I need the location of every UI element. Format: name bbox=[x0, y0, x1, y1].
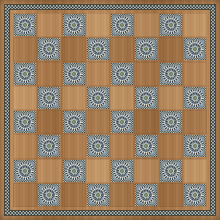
square-a1[interactable] bbox=[13, 183, 37, 207]
square-h4[interactable] bbox=[183, 110, 207, 134]
square-f2[interactable] bbox=[134, 159, 158, 183]
square-f8[interactable] bbox=[134, 13, 158, 37]
mosaic-rosette-inlay bbox=[135, 135, 157, 157]
square-f6[interactable] bbox=[134, 62, 158, 86]
square-g5[interactable] bbox=[159, 86, 183, 110]
square-b5[interactable] bbox=[37, 86, 61, 110]
square-f5[interactable] bbox=[134, 86, 158, 110]
mosaic-rosette-inlay bbox=[38, 135, 60, 157]
mosaic-rosette-inlay bbox=[111, 14, 133, 36]
mosaic-rosette-inlay bbox=[135, 38, 157, 60]
square-c4[interactable] bbox=[62, 110, 86, 134]
square-b8[interactable] bbox=[37, 13, 61, 37]
square-d1[interactable] bbox=[86, 183, 110, 207]
square-e5[interactable] bbox=[110, 86, 134, 110]
mosaic-rosette-inlay bbox=[63, 160, 85, 182]
square-g7[interactable] bbox=[159, 37, 183, 61]
mosaic-rosette-inlay bbox=[135, 87, 157, 109]
square-c1[interactable] bbox=[62, 183, 86, 207]
board-photo bbox=[0, 0, 220, 220]
square-c5[interactable] bbox=[62, 86, 86, 110]
square-h2[interactable] bbox=[183, 159, 207, 183]
square-h6[interactable] bbox=[183, 62, 207, 86]
square-d8[interactable] bbox=[86, 13, 110, 37]
square-c2[interactable] bbox=[62, 159, 86, 183]
mosaic-rosette-inlay bbox=[111, 160, 133, 182]
square-h7[interactable] bbox=[183, 37, 207, 61]
mosaic-rosette-inlay bbox=[63, 14, 85, 36]
mosaic-rosette-inlay bbox=[184, 87, 206, 109]
square-g4[interactable] bbox=[159, 110, 183, 134]
square-d4[interactable] bbox=[86, 110, 110, 134]
square-e6[interactable] bbox=[110, 62, 134, 86]
mosaic-rosette-inlay bbox=[184, 184, 206, 206]
square-g2[interactable] bbox=[159, 159, 183, 183]
square-d7[interactable] bbox=[86, 37, 110, 61]
mosaic-rosette-inlay bbox=[160, 111, 182, 133]
square-b7[interactable] bbox=[37, 37, 61, 61]
mosaic-rosette-inlay bbox=[38, 38, 60, 60]
square-f4[interactable] bbox=[134, 110, 158, 134]
square-a4[interactable] bbox=[13, 110, 37, 134]
square-g3[interactable] bbox=[159, 134, 183, 158]
square-d6[interactable] bbox=[86, 62, 110, 86]
square-c8[interactable] bbox=[62, 13, 86, 37]
mosaic-rosette-inlay bbox=[135, 184, 157, 206]
chess-board bbox=[13, 13, 207, 207]
mosaic-rosette-inlay bbox=[160, 63, 182, 85]
square-f1[interactable] bbox=[134, 183, 158, 207]
square-b6[interactable] bbox=[37, 62, 61, 86]
square-h1[interactable] bbox=[183, 183, 207, 207]
mosaic-rosette-inlay bbox=[87, 135, 109, 157]
square-b1[interactable] bbox=[37, 183, 61, 207]
mosaic-rosette-inlay bbox=[14, 111, 36, 133]
square-e1[interactable] bbox=[110, 183, 134, 207]
square-e2[interactable] bbox=[110, 159, 134, 183]
mosaic-rosette-inlay bbox=[184, 38, 206, 60]
mosaic-rosette-inlay bbox=[14, 14, 36, 36]
square-e8[interactable] bbox=[110, 13, 134, 37]
square-e4[interactable] bbox=[110, 110, 134, 134]
square-e7[interactable] bbox=[110, 37, 134, 61]
square-h8[interactable] bbox=[183, 13, 207, 37]
square-b3[interactable] bbox=[37, 134, 61, 158]
square-a3[interactable] bbox=[13, 134, 37, 158]
square-d2[interactable] bbox=[86, 159, 110, 183]
square-h5[interactable] bbox=[183, 86, 207, 110]
square-c7[interactable] bbox=[62, 37, 86, 61]
square-g8[interactable] bbox=[159, 13, 183, 37]
mosaic-rosette-inlay bbox=[160, 160, 182, 182]
mosaic-rosette-inlay bbox=[184, 135, 206, 157]
square-c3[interactable] bbox=[62, 134, 86, 158]
mosaic-rosette-inlay bbox=[14, 63, 36, 85]
square-b4[interactable] bbox=[37, 110, 61, 134]
mosaic-rosette-inlay bbox=[87, 184, 109, 206]
mosaic-rosette-inlay bbox=[160, 14, 182, 36]
mosaic-rosette-inlay bbox=[63, 111, 85, 133]
square-a5[interactable] bbox=[13, 86, 37, 110]
square-d5[interactable] bbox=[86, 86, 110, 110]
square-b2[interactable] bbox=[37, 159, 61, 183]
square-d3[interactable] bbox=[86, 134, 110, 158]
mosaic-rosette-inlay bbox=[87, 38, 109, 60]
square-f7[interactable] bbox=[134, 37, 158, 61]
square-a7[interactable] bbox=[13, 37, 37, 61]
square-c6[interactable] bbox=[62, 62, 86, 86]
square-g1[interactable] bbox=[159, 183, 183, 207]
square-e3[interactable] bbox=[110, 134, 134, 158]
square-a6[interactable] bbox=[13, 62, 37, 86]
square-g6[interactable] bbox=[159, 62, 183, 86]
mosaic-rosette-inlay bbox=[38, 87, 60, 109]
mosaic-rosette-inlay bbox=[87, 87, 109, 109]
square-h3[interactable] bbox=[183, 134, 207, 158]
mosaic-rosette-inlay bbox=[111, 63, 133, 85]
mosaic-rosette-inlay bbox=[38, 184, 60, 206]
square-f3[interactable] bbox=[134, 134, 158, 158]
square-a8[interactable] bbox=[13, 13, 37, 37]
mosaic-rosette-inlay bbox=[63, 63, 85, 85]
mosaic-rosette-inlay bbox=[14, 160, 36, 182]
mosaic-rosette-inlay bbox=[111, 111, 133, 133]
square-a2[interactable] bbox=[13, 159, 37, 183]
